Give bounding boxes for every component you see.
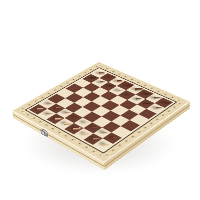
square-a7 <box>83 74 100 83</box>
square-b7 <box>91 78 108 87</box>
square-c6 <box>92 87 109 96</box>
square-a8 <box>91 69 108 78</box>
square-d6 <box>100 91 118 101</box>
square-a6 <box>74 79 91 88</box>
square-b6 <box>83 83 100 92</box>
clasp-latch <box>43 129 49 137</box>
square-c7 <box>100 82 117 91</box>
product-photo: ♜♞♝♛♚♝♞♜♟♟♟♟♟♟♟♟♟♟♟♟♟♟♟♟♜♞♝♛♚♝♞♜ <box>0 0 200 200</box>
square-a5 <box>66 84 83 93</box>
square-b8 <box>100 73 117 82</box>
square-e6 <box>110 95 128 105</box>
square-b5 <box>74 88 91 97</box>
square-d5 <box>92 96 110 106</box>
square-d7 <box>109 86 126 95</box>
square-d8 <box>117 81 134 90</box>
square-c8 <box>108 77 125 86</box>
